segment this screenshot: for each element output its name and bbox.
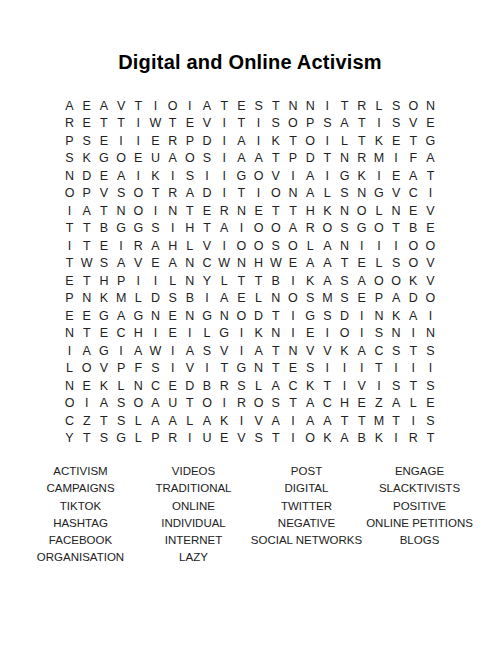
grid-cell-r6c21[interactable]: C bbox=[405, 185, 422, 203]
grid-cell-r7c19[interactable]: L bbox=[370, 202, 387, 220]
grid-cell-r16c3[interactable]: V bbox=[95, 360, 112, 378]
grid-cell-r10c17[interactable]: T bbox=[336, 255, 353, 273]
grid-cell-r13c16[interactable]: S bbox=[319, 307, 336, 325]
grid-cell-r19c7[interactable]: A bbox=[164, 412, 181, 430]
grid-cell-r18c21[interactable]: L bbox=[405, 395, 422, 413]
grid-cell-r1c3[interactable]: A bbox=[95, 97, 112, 115]
grid-cell-r1c1[interactable]: A bbox=[61, 97, 78, 115]
grid-cell-r3c11[interactable]: A bbox=[233, 132, 250, 150]
grid-cell-r12c20[interactable]: A bbox=[388, 290, 405, 308]
grid-cell-r20c9[interactable]: U bbox=[198, 430, 215, 448]
grid-cell-r7c18[interactable]: O bbox=[353, 202, 370, 220]
grid-cell-r4c8[interactable]: O bbox=[181, 150, 198, 168]
grid-cell-r8c14[interactable]: A bbox=[284, 220, 301, 238]
grid-cell-r6c8[interactable]: A bbox=[181, 185, 198, 203]
grid-cell-r1c6[interactable]: I bbox=[147, 97, 164, 115]
grid-cell-r17c22[interactable]: S bbox=[422, 377, 439, 395]
grid-cell-r2c17[interactable]: A bbox=[336, 115, 353, 133]
grid-cell-r17c10[interactable]: R bbox=[216, 377, 233, 395]
grid-cell-r16c5[interactable]: F bbox=[130, 360, 147, 378]
grid-cell-r19c10[interactable]: K bbox=[216, 412, 233, 430]
grid-cell-r7c3[interactable]: T bbox=[95, 202, 112, 220]
grid-cell-r7c13[interactable]: T bbox=[267, 202, 284, 220]
grid-cell-r16c16[interactable]: I bbox=[319, 360, 336, 378]
grid-cell-r5c22[interactable]: T bbox=[422, 167, 439, 185]
grid-cell-r6c11[interactable]: T bbox=[233, 185, 250, 203]
grid-cell-r16c12[interactable]: N bbox=[250, 360, 267, 378]
grid-cell-r11c10[interactable]: L bbox=[216, 272, 233, 290]
grid-cell-r9c2[interactable]: T bbox=[78, 237, 95, 255]
grid-cell-r16c11[interactable]: G bbox=[233, 360, 250, 378]
grid-cell-r16c9[interactable]: I bbox=[198, 360, 215, 378]
grid-cell-r15c1[interactable]: I bbox=[61, 342, 78, 360]
grid-cell-r2c21[interactable]: V bbox=[405, 115, 422, 133]
grid-cell-r12c8[interactable]: B bbox=[181, 290, 198, 308]
grid-cell-r16c15[interactable]: S bbox=[302, 360, 319, 378]
grid-cell-r20c21[interactable]: R bbox=[405, 430, 422, 448]
grid-cell-r14c8[interactable]: I bbox=[181, 325, 198, 343]
grid-cell-r5c4[interactable]: A bbox=[113, 167, 130, 185]
grid-cell-r14c12[interactable]: K bbox=[250, 325, 267, 343]
grid-cell-r19c12[interactable]: V bbox=[250, 412, 267, 430]
grid-cell-r6c5[interactable]: O bbox=[130, 185, 147, 203]
grid-cell-r14c19[interactable]: S bbox=[370, 325, 387, 343]
grid-cell-r6c16[interactable]: L bbox=[319, 185, 336, 203]
grid-cell-r9c6[interactable]: A bbox=[147, 237, 164, 255]
grid-cell-r7c11[interactable]: N bbox=[233, 202, 250, 220]
grid-cell-r13c14[interactable]: I bbox=[284, 307, 301, 325]
grid-cell-r17c14[interactable]: C bbox=[284, 377, 301, 395]
grid-cell-r9c10[interactable]: I bbox=[216, 237, 233, 255]
grid-cell-r15c6[interactable]: W bbox=[147, 342, 164, 360]
grid-cell-r15c8[interactable]: A bbox=[181, 342, 198, 360]
grid-cell-r2c4[interactable]: T bbox=[113, 115, 130, 133]
grid-cell-r7c15[interactable]: H bbox=[302, 202, 319, 220]
grid-cell-r8c3[interactable]: B bbox=[95, 220, 112, 238]
grid-cell-r18c2[interactable]: I bbox=[78, 395, 95, 413]
grid-cell-r1c11[interactable]: E bbox=[233, 97, 250, 115]
grid-cell-r17c17[interactable]: I bbox=[336, 377, 353, 395]
grid-cell-r8c7[interactable]: I bbox=[164, 220, 181, 238]
grid-cell-r15c9[interactable]: S bbox=[198, 342, 215, 360]
grid-cell-r10c21[interactable]: O bbox=[405, 255, 422, 273]
grid-cell-r5c1[interactable]: N bbox=[61, 167, 78, 185]
grid-cell-r15c22[interactable]: S bbox=[422, 342, 439, 360]
grid-cell-r16c8[interactable]: V bbox=[181, 360, 198, 378]
grid-cell-r19c3[interactable]: T bbox=[95, 412, 112, 430]
grid-cell-r3c16[interactable]: I bbox=[319, 132, 336, 150]
grid-cell-r13c19[interactable]: N bbox=[370, 307, 387, 325]
grid-cell-r3c18[interactable]: T bbox=[353, 132, 370, 150]
grid-cell-r17c21[interactable]: T bbox=[405, 377, 422, 395]
grid-cell-r10c20[interactable]: S bbox=[388, 255, 405, 273]
grid-cell-r2c18[interactable]: T bbox=[353, 115, 370, 133]
grid-cell-r12c15[interactable]: S bbox=[302, 290, 319, 308]
grid-cell-r18c7[interactable]: U bbox=[164, 395, 181, 413]
grid-cell-r1c8[interactable]: I bbox=[181, 97, 198, 115]
grid-cell-r20c17[interactable]: A bbox=[336, 430, 353, 448]
grid-cell-r1c21[interactable]: O bbox=[405, 97, 422, 115]
grid-cell-r10c3[interactable]: S bbox=[95, 255, 112, 273]
grid-cell-r1c13[interactable]: T bbox=[267, 97, 284, 115]
grid-cell-r19c9[interactable]: A bbox=[198, 412, 215, 430]
grid-cell-r16c4[interactable]: P bbox=[113, 360, 130, 378]
grid-cell-r5c5[interactable]: I bbox=[130, 167, 147, 185]
grid-cell-r13c20[interactable]: K bbox=[388, 307, 405, 325]
grid-cell-r4c12[interactable]: A bbox=[250, 150, 267, 168]
grid-cell-r13c8[interactable]: N bbox=[181, 307, 198, 325]
grid-cell-r7c6[interactable]: I bbox=[147, 202, 164, 220]
grid-cell-r14c13[interactable]: N bbox=[267, 325, 284, 343]
grid-cell-r16c18[interactable]: I bbox=[353, 360, 370, 378]
grid-cell-r13c6[interactable]: N bbox=[147, 307, 164, 325]
grid-cell-r1c16[interactable]: I bbox=[319, 97, 336, 115]
grid-cell-r7c17[interactable]: N bbox=[336, 202, 353, 220]
grid-cell-r20c4[interactable]: G bbox=[113, 430, 130, 448]
grid-cell-r6c22[interactable]: I bbox=[422, 185, 439, 203]
grid-cell-r16c19[interactable]: T bbox=[370, 360, 387, 378]
grid-cell-r5c14[interactable]: I bbox=[284, 167, 301, 185]
grid-cell-r4c16[interactable]: T bbox=[319, 150, 336, 168]
grid-cell-r1c14[interactable]: N bbox=[284, 97, 301, 115]
grid-cell-r19c21[interactable]: I bbox=[405, 412, 422, 430]
grid-cell-r17c20[interactable]: S bbox=[388, 377, 405, 395]
grid-cell-r11c1[interactable]: E bbox=[61, 272, 78, 290]
grid-cell-r6c18[interactable]: N bbox=[353, 185, 370, 203]
grid-cell-r16c10[interactable]: T bbox=[216, 360, 233, 378]
grid-cell-r15c2[interactable]: A bbox=[78, 342, 95, 360]
grid-cell-r18c14[interactable]: T bbox=[284, 395, 301, 413]
grid-cell-r17c1[interactable]: N bbox=[61, 377, 78, 395]
grid-cell-r20c2[interactable]: T bbox=[78, 430, 95, 448]
grid-cell-r5c17[interactable]: G bbox=[336, 167, 353, 185]
grid-cell-r13c4[interactable]: A bbox=[113, 307, 130, 325]
grid-cell-r17c3[interactable]: K bbox=[95, 377, 112, 395]
grid-cell-r13c17[interactable]: D bbox=[336, 307, 353, 325]
grid-cell-r12c22[interactable]: O bbox=[422, 290, 439, 308]
grid-cell-r10c7[interactable]: A bbox=[164, 255, 181, 273]
grid-cell-r18c22[interactable]: E bbox=[422, 395, 439, 413]
grid-cell-r7c16[interactable]: K bbox=[319, 202, 336, 220]
grid-cell-r9c12[interactable]: O bbox=[250, 237, 267, 255]
grid-cell-r2c9[interactable]: V bbox=[198, 115, 215, 133]
grid-cell-r1c15[interactable]: N bbox=[302, 97, 319, 115]
grid-cell-r13c1[interactable]: E bbox=[61, 307, 78, 325]
grid-cell-r1c22[interactable]: N bbox=[422, 97, 439, 115]
grid-cell-r2c22[interactable]: E bbox=[422, 115, 439, 133]
grid-cell-r7c1[interactable]: I bbox=[61, 202, 78, 220]
grid-cell-r11c12[interactable]: T bbox=[250, 272, 267, 290]
grid-cell-r15c14[interactable]: N bbox=[284, 342, 301, 360]
grid-cell-r8c22[interactable]: E bbox=[422, 220, 439, 238]
grid-cell-r13c10[interactable]: N bbox=[216, 307, 233, 325]
grid-cell-r11c3[interactable]: H bbox=[95, 272, 112, 290]
grid-cell-r7c20[interactable]: N bbox=[388, 202, 405, 220]
grid-cell-r20c13[interactable]: T bbox=[267, 430, 284, 448]
grid-cell-r2c20[interactable]: S bbox=[388, 115, 405, 133]
grid-cell-r20c7[interactable]: R bbox=[164, 430, 181, 448]
grid-cell-r13c21[interactable]: A bbox=[405, 307, 422, 325]
grid-cell-r5c8[interactable]: S bbox=[181, 167, 198, 185]
grid-cell-r8c13[interactable]: O bbox=[267, 220, 284, 238]
grid-cell-r5c15[interactable]: A bbox=[302, 167, 319, 185]
grid-cell-r4c4[interactable]: O bbox=[113, 150, 130, 168]
grid-cell-r19c13[interactable]: A bbox=[267, 412, 284, 430]
grid-cell-r1c18[interactable]: R bbox=[353, 97, 370, 115]
grid-cell-r4c11[interactable]: A bbox=[233, 150, 250, 168]
grid-cell-r3c14[interactable]: T bbox=[284, 132, 301, 150]
grid-cell-r10c10[interactable]: W bbox=[216, 255, 233, 273]
grid-cell-r15c5[interactable]: A bbox=[130, 342, 147, 360]
grid-cell-r3c8[interactable]: P bbox=[181, 132, 198, 150]
grid-cell-r4c13[interactable]: T bbox=[267, 150, 284, 168]
grid-cell-r6c7[interactable]: R bbox=[164, 185, 181, 203]
grid-cell-r2c3[interactable]: T bbox=[95, 115, 112, 133]
grid-cell-r20c3[interactable]: S bbox=[95, 430, 112, 448]
grid-cell-r2c8[interactable]: E bbox=[181, 115, 198, 133]
grid-cell-r10c11[interactable]: N bbox=[233, 255, 250, 273]
grid-cell-r5c13[interactable]: V bbox=[267, 167, 284, 185]
grid-cell-r17c13[interactable]: A bbox=[267, 377, 284, 395]
grid-cell-r14c21[interactable]: I bbox=[405, 325, 422, 343]
grid-cell-r18c5[interactable]: O bbox=[130, 395, 147, 413]
grid-cell-r17c9[interactable]: B bbox=[198, 377, 215, 395]
grid-cell-r16c17[interactable]: I bbox=[336, 360, 353, 378]
grid-cell-r15c15[interactable]: V bbox=[302, 342, 319, 360]
grid-cell-r11c4[interactable]: P bbox=[113, 272, 130, 290]
grid-cell-r18c20[interactable]: A bbox=[388, 395, 405, 413]
grid-cell-r11c2[interactable]: T bbox=[78, 272, 95, 290]
grid-cell-r3c13[interactable]: K bbox=[267, 132, 284, 150]
grid-cell-r10c18[interactable]: E bbox=[353, 255, 370, 273]
grid-cell-r12c17[interactable]: S bbox=[336, 290, 353, 308]
grid-cell-r8c2[interactable]: T bbox=[78, 220, 95, 238]
grid-cell-r7c2[interactable]: A bbox=[78, 202, 95, 220]
grid-cell-r4c2[interactable]: K bbox=[78, 150, 95, 168]
grid-cell-r7c14[interactable]: T bbox=[284, 202, 301, 220]
grid-cell-r1c10[interactable]: T bbox=[216, 97, 233, 115]
grid-cell-r10c15[interactable]: A bbox=[302, 255, 319, 273]
grid-cell-r5c16[interactable]: I bbox=[319, 167, 336, 185]
grid-cell-r18c17[interactable]: H bbox=[336, 395, 353, 413]
grid-cell-r13c22[interactable]: I bbox=[422, 307, 439, 325]
grid-cell-r8c11[interactable]: I bbox=[233, 220, 250, 238]
grid-cell-r2c6[interactable]: W bbox=[147, 115, 164, 133]
grid-cell-r8c8[interactable]: H bbox=[181, 220, 198, 238]
grid-cell-r8c6[interactable]: S bbox=[147, 220, 164, 238]
grid-cell-r10c5[interactable]: V bbox=[130, 255, 147, 273]
grid-cell-r19c18[interactable]: T bbox=[353, 412, 370, 430]
grid-cell-r8c12[interactable]: O bbox=[250, 220, 267, 238]
grid-cell-r16c20[interactable]: I bbox=[388, 360, 405, 378]
grid-cell-r6c12[interactable]: I bbox=[250, 185, 267, 203]
grid-cell-r15c7[interactable]: I bbox=[164, 342, 181, 360]
grid-cell-r19c8[interactable]: L bbox=[181, 412, 198, 430]
grid-cell-r6c9[interactable]: D bbox=[198, 185, 215, 203]
grid-cell-r5c11[interactable]: G bbox=[233, 167, 250, 185]
grid-cell-r6c14[interactable]: N bbox=[284, 185, 301, 203]
grid-cell-r11c5[interactable]: I bbox=[130, 272, 147, 290]
grid-cell-r9c20[interactable]: I bbox=[388, 237, 405, 255]
grid-cell-r19c5[interactable]: L bbox=[130, 412, 147, 430]
grid-cell-r8c21[interactable]: B bbox=[405, 220, 422, 238]
grid-cell-r11c16[interactable]: A bbox=[319, 272, 336, 290]
grid-cell-r13c5[interactable]: G bbox=[130, 307, 147, 325]
grid-cell-r20c6[interactable]: P bbox=[147, 430, 164, 448]
grid-cell-r10c1[interactable]: T bbox=[61, 255, 78, 273]
grid-cell-r8c16[interactable]: O bbox=[319, 220, 336, 238]
grid-cell-r18c11[interactable]: R bbox=[233, 395, 250, 413]
grid-cell-r16c2[interactable]: O bbox=[78, 360, 95, 378]
grid-cell-r20c15[interactable]: O bbox=[302, 430, 319, 448]
grid-cell-r18c12[interactable]: O bbox=[250, 395, 267, 413]
grid-cell-r14c5[interactable]: H bbox=[130, 325, 147, 343]
grid-cell-r13c15[interactable]: G bbox=[302, 307, 319, 325]
grid-cell-r17c11[interactable]: S bbox=[233, 377, 250, 395]
grid-cell-r11c18[interactable]: A bbox=[353, 272, 370, 290]
grid-cell-r20c10[interactable]: E bbox=[216, 430, 233, 448]
grid-cell-r14c3[interactable]: E bbox=[95, 325, 112, 343]
grid-cell-r7c7[interactable]: N bbox=[164, 202, 181, 220]
grid-cell-r10c2[interactable]: W bbox=[78, 255, 95, 273]
grid-cell-r19c4[interactable]: S bbox=[113, 412, 130, 430]
grid-cell-r3c3[interactable]: E bbox=[95, 132, 112, 150]
grid-cell-r16c13[interactable]: T bbox=[267, 360, 284, 378]
grid-cell-r7c9[interactable]: E bbox=[198, 202, 215, 220]
grid-cell-r11c15[interactable]: K bbox=[302, 272, 319, 290]
grid-cell-r6c19[interactable]: G bbox=[370, 185, 387, 203]
grid-cell-r9c16[interactable]: A bbox=[319, 237, 336, 255]
grid-cell-r18c4[interactable]: S bbox=[113, 395, 130, 413]
grid-cell-r4c20[interactable]: I bbox=[388, 150, 405, 168]
grid-cell-r19c11[interactable]: I bbox=[233, 412, 250, 430]
grid-cell-r15c12[interactable]: A bbox=[250, 342, 267, 360]
grid-cell-r10c16[interactable]: A bbox=[319, 255, 336, 273]
grid-cell-r19c15[interactable]: A bbox=[302, 412, 319, 430]
grid-cell-r14c22[interactable]: N bbox=[422, 325, 439, 343]
grid-cell-r4c17[interactable]: N bbox=[336, 150, 353, 168]
grid-cell-r9c3[interactable]: E bbox=[95, 237, 112, 255]
grid-cell-r19c20[interactable]: T bbox=[388, 412, 405, 430]
grid-cell-r8c18[interactable]: G bbox=[353, 220, 370, 238]
grid-cell-r5c9[interactable]: I bbox=[198, 167, 215, 185]
grid-cell-r15c19[interactable]: C bbox=[370, 342, 387, 360]
grid-cell-r4c14[interactable]: P bbox=[284, 150, 301, 168]
grid-cell-r12c11[interactable]: E bbox=[233, 290, 250, 308]
grid-cell-r14c17[interactable]: O bbox=[336, 325, 353, 343]
grid-cell-r19c6[interactable]: A bbox=[147, 412, 164, 430]
grid-cell-r3c9[interactable]: D bbox=[198, 132, 215, 150]
grid-cell-r14c10[interactable]: G bbox=[216, 325, 233, 343]
grid-cell-r9c11[interactable]: O bbox=[233, 237, 250, 255]
grid-cell-r9c21[interactable]: O bbox=[405, 237, 422, 255]
grid-cell-r8c10[interactable]: A bbox=[216, 220, 233, 238]
grid-cell-r10c9[interactable]: C bbox=[198, 255, 215, 273]
grid-cell-r11c21[interactable]: K bbox=[405, 272, 422, 290]
grid-cell-r5c6[interactable]: K bbox=[147, 167, 164, 185]
grid-cell-r2c2[interactable]: E bbox=[78, 115, 95, 133]
grid-cell-r18c3[interactable]: A bbox=[95, 395, 112, 413]
grid-cell-r4c15[interactable]: D bbox=[302, 150, 319, 168]
grid-cell-r9c5[interactable]: R bbox=[130, 237, 147, 255]
grid-cell-r2c13[interactable]: S bbox=[267, 115, 284, 133]
grid-cell-r11c17[interactable]: S bbox=[336, 272, 353, 290]
grid-cell-r18c1[interactable]: O bbox=[61, 395, 78, 413]
grid-cell-r6c3[interactable]: V bbox=[95, 185, 112, 203]
grid-cell-r10c19[interactable]: L bbox=[370, 255, 387, 273]
grid-cell-r17c18[interactable]: V bbox=[353, 377, 370, 395]
grid-cell-r18c8[interactable]: T bbox=[181, 395, 198, 413]
grid-cell-r6c6[interactable]: T bbox=[147, 185, 164, 203]
grid-cell-r4c7[interactable]: A bbox=[164, 150, 181, 168]
grid-cell-r2c1[interactable]: R bbox=[61, 115, 78, 133]
grid-cell-r12c13[interactable]: N bbox=[267, 290, 284, 308]
grid-cell-r13c9[interactable]: G bbox=[198, 307, 215, 325]
grid-cell-r12c10[interactable]: A bbox=[216, 290, 233, 308]
grid-cell-r9c14[interactable]: O bbox=[284, 237, 301, 255]
grid-cell-r14c2[interactable]: T bbox=[78, 325, 95, 343]
grid-cell-r9c9[interactable]: V bbox=[198, 237, 215, 255]
grid-cell-r10c14[interactable]: E bbox=[284, 255, 301, 273]
grid-cell-r18c6[interactable]: A bbox=[147, 395, 164, 413]
grid-cell-r20c11[interactable]: V bbox=[233, 430, 250, 448]
grid-cell-r7c5[interactable]: O bbox=[130, 202, 147, 220]
grid-cell-r20c22[interactable]: T bbox=[422, 430, 439, 448]
grid-cell-r11c7[interactable]: L bbox=[164, 272, 181, 290]
grid-cell-r15c3[interactable]: G bbox=[95, 342, 112, 360]
grid-cell-r14c7[interactable]: E bbox=[164, 325, 181, 343]
grid-cell-r4c3[interactable]: G bbox=[95, 150, 112, 168]
grid-cell-r8c9[interactable]: T bbox=[198, 220, 215, 238]
grid-cell-r7c4[interactable]: N bbox=[113, 202, 130, 220]
grid-cell-r15c16[interactable]: V bbox=[319, 342, 336, 360]
grid-cell-r15c20[interactable]: S bbox=[388, 342, 405, 360]
grid-cell-r3c19[interactable]: K bbox=[370, 132, 387, 150]
grid-cell-r10c13[interactable]: W bbox=[267, 255, 284, 273]
grid-cell-r9c1[interactable]: I bbox=[61, 237, 78, 255]
grid-cell-r19c19[interactable]: M bbox=[370, 412, 387, 430]
grid-cell-r8c20[interactable]: T bbox=[388, 220, 405, 238]
grid-cell-r17c7[interactable]: E bbox=[164, 377, 181, 395]
grid-cell-r12c2[interactable]: N bbox=[78, 290, 95, 308]
grid-cell-r2c12[interactable]: I bbox=[250, 115, 267, 133]
grid-cell-r1c4[interactable]: V bbox=[113, 97, 130, 115]
grid-cell-r4c10[interactable]: I bbox=[216, 150, 233, 168]
grid-cell-r4c9[interactable]: S bbox=[198, 150, 215, 168]
grid-cell-r16c22[interactable]: I bbox=[422, 360, 439, 378]
grid-cell-r10c8[interactable]: N bbox=[181, 255, 198, 273]
grid-cell-r8c17[interactable]: S bbox=[336, 220, 353, 238]
grid-cell-r7c10[interactable]: R bbox=[216, 202, 233, 220]
grid-cell-r12c16[interactable]: M bbox=[319, 290, 336, 308]
grid-cell-r1c19[interactable]: L bbox=[370, 97, 387, 115]
grid-cell-r13c7[interactable]: E bbox=[164, 307, 181, 325]
grid-cell-r2c11[interactable]: T bbox=[233, 115, 250, 133]
grid-cell-r14c14[interactable]: I bbox=[284, 325, 301, 343]
grid-cell-r11c14[interactable]: I bbox=[284, 272, 301, 290]
grid-cell-r14c4[interactable]: C bbox=[113, 325, 130, 343]
grid-cell-r12c9[interactable]: I bbox=[198, 290, 215, 308]
grid-cell-r4c22[interactable]: A bbox=[422, 150, 439, 168]
grid-cell-r17c16[interactable]: T bbox=[319, 377, 336, 395]
grid-cell-r3c15[interactable]: O bbox=[302, 132, 319, 150]
grid-cell-r18c19[interactable]: Z bbox=[370, 395, 387, 413]
grid-cell-r13c2[interactable]: E bbox=[78, 307, 95, 325]
grid-cell-r3c1[interactable]: P bbox=[61, 132, 78, 150]
grid-cell-r13c12[interactable]: D bbox=[250, 307, 267, 325]
grid-cell-r20c8[interactable]: I bbox=[181, 430, 198, 448]
grid-cell-r15c4[interactable]: I bbox=[113, 342, 130, 360]
